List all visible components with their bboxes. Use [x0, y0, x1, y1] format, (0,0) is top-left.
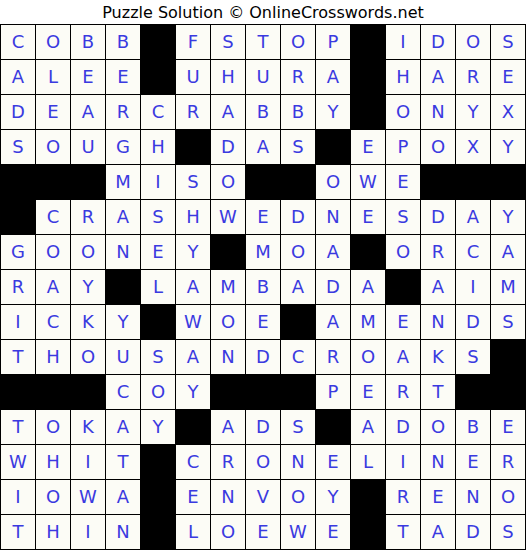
cell-r2c6: U	[176, 60, 211, 95]
cell-r14c6: E	[176, 480, 211, 515]
cell-r10c15-black	[491, 340, 526, 375]
cell-r13c4: T	[106, 445, 141, 480]
cell-r15c2: H	[36, 515, 71, 550]
cell-r2c1: A	[1, 60, 36, 95]
cell-r7c11-black	[351, 235, 386, 270]
cell-r1c9: O	[281, 25, 316, 60]
cell-r8c1: R	[1, 270, 36, 305]
cell-r15c5-black	[141, 515, 176, 550]
cell-r14c15: O	[491, 480, 526, 515]
cell-r15c8: E	[246, 515, 281, 550]
cell-r15c1: T	[1, 515, 36, 550]
cell-r5c4: M	[106, 165, 141, 200]
cell-r14c3: W	[71, 480, 106, 515]
cell-r1c4: B	[106, 25, 141, 60]
cell-r10c6: A	[176, 340, 211, 375]
cell-r15c11-black	[351, 515, 386, 550]
cell-r2c2: L	[36, 60, 71, 95]
cell-r12c5: Y	[141, 410, 176, 445]
cell-r14c13: E	[421, 480, 456, 515]
cell-r4c5: H	[141, 130, 176, 165]
cell-r8c2: A	[36, 270, 71, 305]
cell-r12c3: K	[71, 410, 106, 445]
cell-r4c8: A	[246, 130, 281, 165]
cell-r11c13: T	[421, 375, 456, 410]
cell-r5c1-black	[1, 165, 36, 200]
cell-r4c7: D	[211, 130, 246, 165]
cell-r4c12: P	[386, 130, 421, 165]
cell-r2c7: H	[211, 60, 246, 95]
cell-r9c12: E	[386, 305, 421, 340]
cell-r15c15: S	[491, 515, 526, 550]
cell-r2c5-black	[141, 60, 176, 95]
cell-r9c1: I	[1, 305, 36, 340]
cell-r8c9: A	[281, 270, 316, 305]
cell-r10c3: O	[71, 340, 106, 375]
cell-r15c7: O	[211, 515, 246, 550]
cell-r3c4: R	[106, 95, 141, 130]
cell-r1c15: S	[491, 25, 526, 60]
cell-r3c7: A	[211, 95, 246, 130]
cell-r14c8: V	[246, 480, 281, 515]
cell-r9c11: M	[351, 305, 386, 340]
cell-r9c14: D	[456, 305, 491, 340]
cell-r3c1: D	[1, 95, 36, 130]
cell-r12c4: A	[106, 410, 141, 445]
cell-r8c6: A	[176, 270, 211, 305]
cell-r12c6-black	[176, 410, 211, 445]
cell-r2c12: H	[386, 60, 421, 95]
cell-r1c14: O	[456, 25, 491, 60]
cell-r8c3: Y	[71, 270, 106, 305]
cell-r3c15: X	[491, 95, 526, 130]
cell-r14c4: A	[106, 480, 141, 515]
cell-r3c5: C	[141, 95, 176, 130]
cell-r11c15-black	[491, 375, 526, 410]
cell-r15c13: A	[421, 515, 456, 550]
cell-r7c14: C	[456, 235, 491, 270]
cell-r11c10: P	[316, 375, 351, 410]
cell-r15c4: N	[106, 515, 141, 550]
cell-r4c2: O	[36, 130, 71, 165]
cell-r9c7: O	[211, 305, 246, 340]
cell-r6c7: W	[211, 200, 246, 235]
cell-r11c12: R	[386, 375, 421, 410]
cell-r3c11-black	[351, 95, 386, 130]
cell-r13c11: L	[351, 445, 386, 480]
cell-r2c14: R	[456, 60, 491, 95]
cell-r7c4: N	[106, 235, 141, 270]
cell-r7c8: M	[246, 235, 281, 270]
page: { "title": "Puzzle Solution © OnlineCros…	[0, 0, 526, 551]
cell-r12c11: A	[351, 410, 386, 445]
cell-r4c10-black	[316, 130, 351, 165]
cell-r5c7: O	[211, 165, 246, 200]
cell-r1c2: O	[36, 25, 71, 60]
cell-r8c5: L	[141, 270, 176, 305]
cell-r6c15: Y	[491, 200, 526, 235]
cell-r13c1: W	[1, 445, 36, 480]
cell-r3c10: Y	[316, 95, 351, 130]
cell-r9c10: A	[316, 305, 351, 340]
cell-r1c1: C	[1, 25, 36, 60]
cell-r4c4: G	[106, 130, 141, 165]
cell-r12c2: O	[36, 410, 71, 445]
cell-r10c5: S	[141, 340, 176, 375]
cell-r14c11-black	[351, 480, 386, 515]
cell-r12c15: E	[491, 410, 526, 445]
cell-r10c13: K	[421, 340, 456, 375]
cell-r5c10: O	[316, 165, 351, 200]
cell-r5c14-black	[456, 165, 491, 200]
cell-r6c2: C	[36, 200, 71, 235]
cell-r6c13: D	[421, 200, 456, 235]
cell-r11c9-black	[281, 375, 316, 410]
cell-r7c13: R	[421, 235, 456, 270]
cell-r6c3: R	[71, 200, 106, 235]
crossword-grid: COBBFSTOPIDOSALEEUHURAHAREDEARCRABBYONYX…	[0, 24, 526, 550]
cell-r3c12: O	[386, 95, 421, 130]
cell-r10c2: H	[36, 340, 71, 375]
cell-r11c6: Y	[176, 375, 211, 410]
cell-r6c4: A	[106, 200, 141, 235]
cell-r14c10: Y	[316, 480, 351, 515]
cell-r4c14: X	[456, 130, 491, 165]
cell-r6c14: A	[456, 200, 491, 235]
cell-r2c11-black	[351, 60, 386, 95]
cell-r2c3: E	[71, 60, 106, 95]
cell-r13c6: C	[176, 445, 211, 480]
cell-r13c2: H	[36, 445, 71, 480]
cell-r15c3: I	[71, 515, 106, 550]
cell-r11c8-black	[246, 375, 281, 410]
cell-r13c9: N	[281, 445, 316, 480]
cell-r7c3: O	[71, 235, 106, 270]
cell-r3c14: Y	[456, 95, 491, 130]
cell-r10c14: S	[456, 340, 491, 375]
cell-r14c1: I	[1, 480, 36, 515]
cell-r11c14-black	[456, 375, 491, 410]
cell-r9c5-black	[141, 305, 176, 340]
cell-r9c4: Y	[106, 305, 141, 340]
cell-r5c5: I	[141, 165, 176, 200]
cell-r13c5-black	[141, 445, 176, 480]
cell-r15c10: E	[316, 515, 351, 550]
cell-r7c7-black	[211, 235, 246, 270]
cell-r10c8: D	[246, 340, 281, 375]
cell-r1c12: I	[386, 25, 421, 60]
cell-r7c9: O	[281, 235, 316, 270]
cell-r6c10: N	[316, 200, 351, 235]
cell-r1c8: T	[246, 25, 281, 60]
cell-r8c11: A	[351, 270, 386, 305]
cell-r5c15-black	[491, 165, 526, 200]
cell-r11c7-black	[211, 375, 246, 410]
cell-r1c5-black	[141, 25, 176, 60]
cell-r9c2: C	[36, 305, 71, 340]
cell-r1c11-black	[351, 25, 386, 60]
cell-r12c8: D	[246, 410, 281, 445]
cell-r4c9: S	[281, 130, 316, 165]
cell-r3c6: R	[176, 95, 211, 130]
cell-r3c8: B	[246, 95, 281, 130]
cell-r7c12: O	[386, 235, 421, 270]
cell-r12c13: O	[421, 410, 456, 445]
cell-r8c13: A	[421, 270, 456, 305]
cell-r12c10-black	[316, 410, 351, 445]
cell-r13c7: R	[211, 445, 246, 480]
cell-r13c15: R	[491, 445, 526, 480]
cell-r7c10: A	[316, 235, 351, 270]
cell-r11c2-black	[36, 375, 71, 410]
cell-r13c10: E	[316, 445, 351, 480]
cell-r6c1-black	[1, 200, 36, 235]
cell-r1c13: D	[421, 25, 456, 60]
cell-r2c4: E	[106, 60, 141, 95]
cell-r9c3: K	[71, 305, 106, 340]
cell-r12c9: S	[281, 410, 316, 445]
cell-r7c15: A	[491, 235, 526, 270]
cell-r11c3-black	[71, 375, 106, 410]
cell-r12c1: T	[1, 410, 36, 445]
cell-r5c6: S	[176, 165, 211, 200]
cell-r2c8: U	[246, 60, 281, 95]
cell-r14c7: N	[211, 480, 246, 515]
cell-r11c5: O	[141, 375, 176, 410]
cell-r13c12: I	[386, 445, 421, 480]
cell-r7c5: E	[141, 235, 176, 270]
cell-r8c12-black	[386, 270, 421, 305]
cell-r11c4: C	[106, 375, 141, 410]
cell-r14c2: O	[36, 480, 71, 515]
cell-r4c13: O	[421, 130, 456, 165]
cell-r11c11: E	[351, 375, 386, 410]
cell-r6c9: D	[281, 200, 316, 235]
cell-r3c3: A	[71, 95, 106, 130]
cell-r10c11: O	[351, 340, 386, 375]
cell-r5c12: E	[386, 165, 421, 200]
cell-r12c7: A	[211, 410, 246, 445]
cell-r14c14: N	[456, 480, 491, 515]
cell-r8c7: M	[211, 270, 246, 305]
cell-r6c12: S	[386, 200, 421, 235]
cell-r5c11: W	[351, 165, 386, 200]
cell-r1c7: S	[211, 25, 246, 60]
cell-r11c1-black	[1, 375, 36, 410]
cell-r15c9: W	[281, 515, 316, 550]
cell-r15c12: T	[386, 515, 421, 550]
cell-r4c11: E	[351, 130, 386, 165]
cell-r9c9-black	[281, 305, 316, 340]
cell-r15c14: D	[456, 515, 491, 550]
cell-r4c6-black	[176, 130, 211, 165]
cell-r2c15: E	[491, 60, 526, 95]
cell-r9c15: S	[491, 305, 526, 340]
cell-r5c2-black	[36, 165, 71, 200]
cell-r12c12: D	[386, 410, 421, 445]
cell-r4c3: U	[71, 130, 106, 165]
cell-r9c8: E	[246, 305, 281, 340]
cell-r6c8: E	[246, 200, 281, 235]
cell-r3c9: B	[281, 95, 316, 130]
cell-r14c5-black	[141, 480, 176, 515]
cell-r10c10: R	[316, 340, 351, 375]
cell-r2c13: A	[421, 60, 456, 95]
cell-r6c5: S	[141, 200, 176, 235]
cell-r6c11: E	[351, 200, 386, 235]
cell-r6c6: H	[176, 200, 211, 235]
cell-r7c2: O	[36, 235, 71, 270]
cell-r8c8: B	[246, 270, 281, 305]
cell-r14c9: O	[281, 480, 316, 515]
cell-r10c12: A	[386, 340, 421, 375]
page-title: Puzzle Solution © OnlineCrosswords.net	[0, 0, 526, 24]
cell-r2c10: A	[316, 60, 351, 95]
cell-r5c8-black	[246, 165, 281, 200]
cell-r9c13: N	[421, 305, 456, 340]
cell-r1c3: B	[71, 25, 106, 60]
cell-r8c10: D	[316, 270, 351, 305]
cell-r5c3-black	[71, 165, 106, 200]
cell-r8c4-black	[106, 270, 141, 305]
cell-r10c1: T	[1, 340, 36, 375]
cell-r12c14: B	[456, 410, 491, 445]
cell-r13c8: O	[246, 445, 281, 480]
cell-r5c13-black	[421, 165, 456, 200]
cell-r7c1: G	[1, 235, 36, 270]
cell-r9c6: W	[176, 305, 211, 340]
cell-r10c7: N	[211, 340, 246, 375]
cell-r4c1: S	[1, 130, 36, 165]
cell-r1c10: P	[316, 25, 351, 60]
cell-r10c4: U	[106, 340, 141, 375]
cell-r1c6: F	[176, 25, 211, 60]
cell-r5c9-black	[281, 165, 316, 200]
cell-r10c9: C	[281, 340, 316, 375]
cell-r13c13: N	[421, 445, 456, 480]
cell-r8c15: M	[491, 270, 526, 305]
cell-r7c6: Y	[176, 235, 211, 270]
cell-r13c3: I	[71, 445, 106, 480]
cell-r8c14: I	[456, 270, 491, 305]
cell-r2c9: R	[281, 60, 316, 95]
cell-r13c14: E	[456, 445, 491, 480]
cell-r14c12: R	[386, 480, 421, 515]
cell-r3c13: N	[421, 95, 456, 130]
cell-r3c2: E	[36, 95, 71, 130]
cell-r15c6: L	[176, 515, 211, 550]
cell-r4c15: Y	[491, 130, 526, 165]
